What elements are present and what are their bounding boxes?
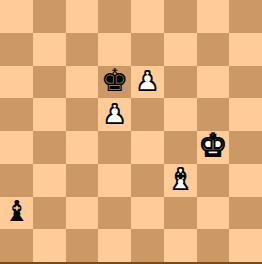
square-b6[interactable]	[33, 66, 66, 99]
square-g2[interactable]	[197, 197, 230, 230]
square-g8[interactable]	[197, 0, 230, 33]
square-c7[interactable]	[66, 33, 99, 66]
piece-black-bishop[interactable]: ♝	[3, 197, 29, 226]
square-c8[interactable]	[66, 0, 99, 33]
square-e7[interactable]	[131, 33, 164, 66]
square-g7[interactable]	[197, 33, 230, 66]
square-b3[interactable]	[33, 164, 66, 197]
square-b1[interactable]	[33, 229, 66, 262]
square-h1[interactable]	[229, 229, 262, 262]
square-d7[interactable]	[98, 33, 131, 66]
square-g5[interactable]	[197, 98, 230, 131]
square-a4[interactable]	[0, 131, 33, 164]
square-c4[interactable]	[66, 131, 99, 164]
square-e6[interactable]: ♟	[131, 66, 164, 99]
square-e4[interactable]	[131, 131, 164, 164]
piece-white-bishop[interactable]: ♝	[167, 165, 193, 194]
square-e3[interactable]	[131, 164, 164, 197]
square-d3[interactable]	[98, 164, 131, 197]
square-c3[interactable]	[66, 164, 99, 197]
square-a2[interactable]: ♝	[0, 197, 33, 230]
chess-board: ♚♟♟♚♝♝	[0, 0, 262, 264]
square-f6[interactable]	[164, 66, 197, 99]
square-f2[interactable]	[164, 197, 197, 230]
square-h5[interactable]	[229, 98, 262, 131]
piece-white-pawn[interactable]: ♟	[103, 101, 126, 127]
square-g3[interactable]	[197, 164, 230, 197]
square-h3[interactable]	[229, 164, 262, 197]
square-d4[interactable]	[98, 131, 131, 164]
square-g1[interactable]	[197, 229, 230, 262]
chess-board-window: ♚♟♟♚♝♝	[0, 0, 262, 264]
square-h2[interactable]	[229, 197, 262, 230]
square-h8[interactable]	[229, 0, 262, 33]
square-f7[interactable]	[164, 33, 197, 66]
square-d1[interactable]	[98, 229, 131, 262]
square-f1[interactable]	[164, 229, 197, 262]
square-e5[interactable]	[131, 98, 164, 131]
square-f5[interactable]	[164, 98, 197, 131]
square-a6[interactable]	[0, 66, 33, 99]
square-f8[interactable]	[164, 0, 197, 33]
square-e8[interactable]	[131, 0, 164, 33]
square-c2[interactable]	[66, 197, 99, 230]
square-g4[interactable]: ♚	[197, 131, 230, 164]
square-c5[interactable]	[66, 98, 99, 131]
square-f3[interactable]: ♝	[164, 164, 197, 197]
square-e2[interactable]	[131, 197, 164, 230]
square-c1[interactable]	[66, 229, 99, 262]
square-b7[interactable]	[33, 33, 66, 66]
square-a7[interactable]	[0, 33, 33, 66]
square-a3[interactable]	[0, 164, 33, 197]
square-h7[interactable]	[229, 33, 262, 66]
square-c6[interactable]	[66, 66, 99, 99]
square-a8[interactable]	[0, 0, 33, 33]
square-e1[interactable]	[131, 229, 164, 262]
piece-white-pawn[interactable]: ♟	[136, 68, 159, 94]
square-b4[interactable]	[33, 131, 66, 164]
square-b8[interactable]	[33, 0, 66, 33]
square-d8[interactable]	[98, 0, 131, 33]
square-f4[interactable]	[164, 131, 197, 164]
square-d2[interactable]	[98, 197, 131, 230]
square-b2[interactable]	[33, 197, 66, 230]
square-d5[interactable]: ♟	[98, 98, 131, 131]
square-d6[interactable]: ♚	[98, 66, 131, 99]
piece-white-king[interactable]: ♚	[199, 130, 227, 161]
square-h6[interactable]	[229, 66, 262, 99]
square-h4[interactable]	[229, 131, 262, 164]
square-a5[interactable]	[0, 98, 33, 131]
square-g6[interactable]	[197, 66, 230, 99]
piece-black-king[interactable]: ♚	[101, 65, 129, 96]
square-a1[interactable]	[0, 229, 33, 262]
square-b5[interactable]	[33, 98, 66, 131]
